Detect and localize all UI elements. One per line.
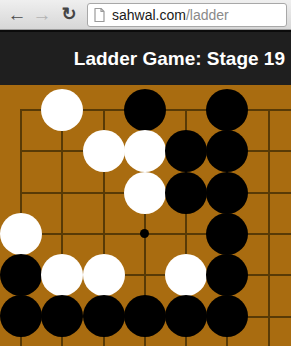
url-text: sahwal.com/ladder <box>112 7 229 23</box>
white-stone <box>83 254 125 296</box>
black-stone <box>165 295 207 337</box>
url-host: sahwal.com <box>112 7 186 23</box>
board-cell-6-0[interactable] <box>248 89 289 130</box>
board-cell-4-4[interactable] <box>165 254 206 295</box>
page-header: Ladder Game: Stage 19 <box>0 30 291 85</box>
board-cell-0-1[interactable] <box>0 131 41 172</box>
black-stone <box>124 295 166 337</box>
black-stone <box>206 295 248 337</box>
black-stone <box>206 172 248 214</box>
board-cell-3-0[interactable] <box>124 89 165 130</box>
board-cell-6-1[interactable] <box>248 131 289 172</box>
board-cell-5-2[interactable] <box>207 172 248 213</box>
board-cell-3-2[interactable] <box>124 172 165 213</box>
white-stone <box>41 89 83 131</box>
board-cell-4-5[interactable] <box>165 296 206 337</box>
board-cell-2-3[interactable] <box>83 213 124 254</box>
board-cell-1-2[interactable] <box>42 172 83 213</box>
forward-button[interactable]: → <box>31 0 53 30</box>
board-cell-5-5[interactable] <box>207 296 248 337</box>
go-board <box>0 85 291 346</box>
back-button[interactable]: ← <box>6 0 28 30</box>
board-cell-5-0[interactable] <box>207 89 248 130</box>
board-cell-4-1[interactable] <box>165 131 206 172</box>
browser-window: ← → ↻ sahwal.com/ladder Ladder Game: Sta… <box>0 0 291 346</box>
black-stone <box>206 213 248 255</box>
board-cell-6-2[interactable] <box>248 172 289 213</box>
board-cell-1-1[interactable] <box>42 131 83 172</box>
white-stone <box>41 254 83 296</box>
board-cell-5-3[interactable] <box>207 213 248 254</box>
board-cell-6-3[interactable] <box>248 213 289 254</box>
board-cell-5-4[interactable] <box>207 254 248 295</box>
white-stone <box>0 213 42 255</box>
board-cell-2-2[interactable] <box>83 172 124 213</box>
board-cell-3-1[interactable] <box>124 131 165 172</box>
page-icon <box>93 7 106 23</box>
board-cell-2-4[interactable] <box>83 254 124 295</box>
board-cell-1-5[interactable] <box>42 296 83 337</box>
board-cell-0-5[interactable] <box>0 296 41 337</box>
browser-toolbar: ← → ↻ sahwal.com/ladder <box>0 0 291 30</box>
board-cell-1-0[interactable] <box>42 89 83 130</box>
board-cell-2-1[interactable] <box>83 131 124 172</box>
board-cell-0-2[interactable] <box>0 172 41 213</box>
white-stone <box>83 130 125 172</box>
board-cell-2-5[interactable] <box>83 296 124 337</box>
board-cell-4-2[interactable] <box>165 172 206 213</box>
reload-button[interactable]: ↻ <box>58 0 80 30</box>
url-path: /ladder <box>186 7 229 23</box>
board-cell-2-0[interactable] <box>83 89 124 130</box>
url-bar[interactable]: sahwal.com/ladder <box>87 3 287 27</box>
black-stone <box>83 295 125 337</box>
black-stone <box>206 130 248 172</box>
board-cell-0-4[interactable] <box>0 254 41 295</box>
black-stone <box>206 254 248 296</box>
board-grid <box>0 89 289 337</box>
white-stone <box>124 172 166 214</box>
board-cell-1-3[interactable] <box>42 213 83 254</box>
black-stone <box>0 295 42 337</box>
board-cell-1-4[interactable] <box>42 254 83 295</box>
board-cell-3-4[interactable] <box>124 254 165 295</box>
board-cell-4-0[interactable] <box>165 89 206 130</box>
black-stone <box>0 254 42 296</box>
white-stone <box>165 254 207 296</box>
black-stone <box>206 89 248 131</box>
page-title: Ladder Game: Stage 19 <box>74 48 285 70</box>
black-stone <box>165 172 207 214</box>
board-cell-3-5[interactable] <box>124 296 165 337</box>
black-stone <box>165 130 207 172</box>
board-cell-0-0[interactable] <box>0 89 41 130</box>
board-cell-5-1[interactable] <box>207 131 248 172</box>
black-stone <box>41 295 83 337</box>
black-stone <box>124 89 166 131</box>
board-cell-0-3[interactable] <box>0 213 41 254</box>
white-stone <box>124 130 166 172</box>
board-cell-6-5[interactable] <box>248 296 289 337</box>
board-cell-6-4[interactable] <box>248 254 289 295</box>
board-cell-4-3[interactable] <box>165 213 206 254</box>
